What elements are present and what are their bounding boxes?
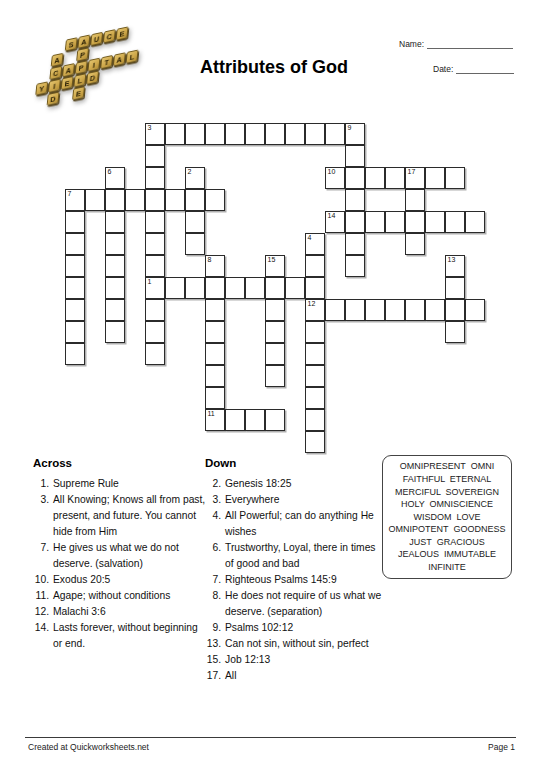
grid-cell[interactable] [265,343,285,365]
word-bank-line: MERCIFUL SOVEREIGN [395,486,499,499]
grid-cell[interactable] [265,365,285,387]
clue-item-text: All [221,668,383,684]
grid-cell[interactable] [205,189,225,211]
grid-cell[interactable] [385,299,405,321]
clue-number: 13 [448,256,456,264]
grid-cell[interactable] [105,277,125,299]
down-clue-list: 2.Genesis 18:253.Everywhere4.All Powerfu… [205,476,387,684]
word-bank-line: FAITHFUL ETERNAL [403,473,492,486]
grid-cell[interactable] [345,299,365,321]
grid-cell[interactable] [345,167,365,189]
clue-item-text: Trustworthy, Loyal, there in times of go… [221,540,383,572]
date-field: Date: [433,64,514,74]
grid-cell[interactable] [145,145,165,167]
logo-tile: I [48,79,61,93]
clue-item-number: 15. [205,652,221,668]
grid-cell[interactable]: 11 [205,409,225,431]
word-bank-line: JUST GRACIOUS [409,536,484,549]
grid-cell[interactable] [185,189,205,211]
grid-cell[interactable] [265,299,285,321]
clue-item-text: All Powerful; can do anything He wishes [221,508,383,540]
grid-cell[interactable] [245,409,265,431]
clue-item: 6.Trustworthy, Loyal, there in times of … [205,540,387,572]
clue-item-number: 17. [205,668,221,684]
grid-cell[interactable] [65,343,85,365]
grid-cell[interactable] [345,255,365,277]
grid-cell[interactable] [145,189,165,211]
date-label: Date: [433,64,453,74]
clue-item-text: Agape; without conditions [49,588,207,604]
clue-item-number: 7. [33,540,49,572]
grid-cell[interactable]: 8 [205,255,225,277]
clue-item-number: 12. [33,604,49,620]
grid-cell[interactable] [365,211,385,233]
grid-cell[interactable] [105,233,125,255]
grid-cell[interactable] [445,277,465,299]
grid-cell[interactable] [145,321,165,343]
grid-cell[interactable] [205,387,225,409]
footer-credit: Created at Quickworksheets.net [28,742,149,752]
grid-cell[interactable] [305,255,325,277]
grid-cell[interactable]: 15 [265,255,285,277]
grid-cell[interactable] [405,189,425,211]
across-heading: Across [33,457,211,470]
clue-item-number: 10. [33,572,49,588]
clue-item: 3.All Knowing; Knows all from past, pres… [33,492,211,540]
grid-cell[interactable]: 3 [145,123,165,145]
word-bank-line: OMNIPOTENT GOODNESS [389,523,506,536]
clue-number: 17 [408,168,416,176]
grid-cell[interactable] [65,321,85,343]
grid-cell[interactable] [65,277,85,299]
grid-cell[interactable] [385,211,405,233]
grid-cell[interactable] [345,145,365,167]
grid-cell[interactable] [305,431,325,453]
clue-number: 11 [208,410,215,418]
clue-number: 1 [148,278,152,286]
grid-cell[interactable] [265,409,285,431]
grid-cell[interactable] [145,211,165,233]
clue-number: 4 [308,234,312,242]
grid-cell[interactable] [305,387,325,409]
grid-cell[interactable] [265,123,285,145]
logo-tile: C [103,29,116,43]
clue-item: 8.He does not require of us what we dese… [205,588,387,620]
grid-cell[interactable] [245,123,265,145]
across-clues-section: Across 1.Supreme Rule3.All Knowing; Know… [33,457,211,652]
grid-cell[interactable] [105,299,125,321]
logo-tile: U [90,32,103,46]
grid-cell[interactable] [185,123,205,145]
clue-item-number: 3. [33,492,49,540]
clue-item-text: Genesis 18:25 [221,476,383,492]
logo-tile: E [116,26,129,40]
grid-cell[interactable] [105,321,125,343]
crossword-grid: 3962101771448151311211 [65,123,485,453]
grid-cell[interactable] [185,277,205,299]
clue-item: 4.All Powerful; can do anything He wishe… [205,508,387,540]
word-bank-line: HOLY OMNISCIENCE [401,498,493,511]
grid-cell[interactable] [365,167,385,189]
word-bank: OMNIPRESENT OMNIFAITHFUL ETERNALMERCIFUL… [382,455,512,579]
clue-item-number: 11. [33,588,49,604]
grid-cell[interactable] [105,211,125,233]
grid-cell[interactable] [145,167,165,189]
grid-cell[interactable]: 10 [325,167,345,189]
logo-tile: Y [35,81,48,95]
grid-cell[interactable]: 17 [405,167,425,189]
clue-item-number: 2. [205,476,221,492]
grid-cell[interactable] [425,299,445,321]
grid-cell[interactable]: 4 [305,233,325,255]
grid-cell[interactable] [205,299,225,321]
grid-cell[interactable] [225,123,245,145]
grid-cell[interactable] [205,343,225,365]
logo-tile: E [61,76,74,90]
grid-cell[interactable] [145,255,165,277]
clue-item-number: 4. [205,508,221,540]
name-label: Name: [399,39,424,49]
down-heading: Down [205,457,387,470]
clue-item-text: Can not sin, without sin, perfect [221,636,383,652]
clue-item-text: Exodus 20:5 [49,572,207,588]
grid-cell[interactable]: 12 [305,299,325,321]
clue-item: 15.Job 12:13 [205,652,387,668]
word-bank-line: OMNIPRESENT OMNI [400,460,494,473]
clue-item-number: 1. [33,476,49,492]
grid-cell[interactable] [205,321,225,343]
clue-item-text: He gives us what we do not deserve. (sal… [49,540,207,572]
clue-number: 7 [68,190,72,198]
grid-cell[interactable] [305,365,325,387]
clue-item-text: Malachi 3:6 [49,604,207,620]
grid-cell[interactable] [205,277,225,299]
grid-cell[interactable]: 14 [325,211,345,233]
grid-cell[interactable] [85,189,105,211]
logo-tile: S [65,37,78,51]
grid-cell[interactable] [465,299,485,321]
clue-item: 7.Righteous Psalms 145:9 [205,572,387,588]
clue-item: 3.Everywhere [205,492,387,508]
clue-item: 9.Psalms 102:12 [205,620,387,636]
grid-cell[interactable] [445,299,465,321]
clue-item: 1.Supreme Rule [33,476,211,492]
clue-number: 12 [308,300,316,308]
grid-cell[interactable] [365,299,385,321]
clue-item: 2.Genesis 18:25 [205,476,387,492]
clue-item-text: Job 12:13 [221,652,383,668]
clue-item-text: Lasts forever, without beginning or end. [49,620,207,652]
footer-page-number: Page 1 [488,742,515,752]
grid-cell[interactable] [445,321,465,343]
grid-cell[interactable] [145,233,165,255]
grid-cell[interactable]: 6 [105,167,125,189]
clue-item: 7.He gives us what we do not deserve. (s… [33,540,211,572]
clue-number: 9 [348,124,352,132]
grid-cell[interactable] [125,189,145,211]
word-bank-line: WISDOM LOVE [413,511,480,524]
clue-number: 14 [328,212,336,220]
logo-tile: A [77,34,90,48]
across-clue-list: 1.Supreme Rule3.All Knowing; Knows all f… [33,476,211,652]
name-field: Name: [399,39,513,49]
grid-cell[interactable] [405,233,425,255]
clue-item-text: He does not require of us what we deserv… [221,588,383,620]
grid-cell[interactable] [305,409,325,431]
grid-cell[interactable] [165,189,185,211]
grid-cell[interactable] [245,277,265,299]
grid-cell[interactable] [165,277,185,299]
name-blank-line[interactable] [427,40,513,49]
clue-item-number: 9. [205,620,221,636]
grid-cell[interactable]: 2 [185,167,205,189]
grid-cell[interactable] [265,321,285,343]
grid-cell[interactable] [225,277,245,299]
footer-divider [25,737,516,738]
grid-cell[interactable] [105,189,125,211]
grid-cell[interactable] [265,277,285,299]
grid-cell[interactable]: 1 [145,277,165,299]
logo-tile: E [72,86,85,100]
clue-item-text: Righteous Psalms 145:9 [221,572,383,588]
grid-cell[interactable] [105,255,125,277]
clue-item: 13.Can not sin, without sin, perfect [205,636,387,652]
grid-cell[interactable] [445,211,465,233]
grid-cell[interactable] [225,409,245,431]
grid-cell[interactable] [305,343,325,365]
grid-cell[interactable] [145,343,165,365]
grid-cell[interactable] [385,167,405,189]
grid-cell[interactable]: 13 [445,255,465,277]
grid-cell[interactable]: 9 [345,123,365,145]
grid-cell[interactable] [425,167,445,189]
grid-cell[interactable] [325,299,345,321]
clue-item-text: Supreme Rule [49,476,207,492]
clue-number: 2 [188,168,192,176]
clue-item: 12.Malachi 3:6 [33,604,211,620]
clue-item-number: 3. [205,492,221,508]
down-clues-section: Down 2.Genesis 18:253.Everywhere4.All Po… [205,457,387,684]
clue-number: 15 [268,256,276,264]
clue-number: 8 [208,256,212,264]
grid-cell[interactable] [205,123,225,145]
grid-cell[interactable] [185,233,205,255]
clue-item-number: 13. [205,636,221,652]
word-bank-line: JEALOUS IMMUTABLE [398,548,496,561]
logo-tile: D [47,91,60,105]
clue-item-text: All Knowing; Knows all from past, presen… [49,492,207,540]
grid-cell[interactable] [65,299,85,321]
clue-item-text: Psalms 102:12 [221,620,383,636]
clue-item: 10.Exodus 20:5 [33,572,211,588]
grid-cell[interactable] [65,233,85,255]
grid-cell[interactable] [405,211,425,233]
grid-cell[interactable] [325,123,345,145]
worksheet-page: SAUCEAPCAPITALYIELDDE Attributes of God … [0,0,548,776]
clue-item: 14.Lasts forever, without beginning or e… [33,620,211,652]
grid-cell[interactable] [65,211,85,233]
grid-cell[interactable] [305,277,325,299]
clue-item-number: 6. [205,540,221,572]
grid-cell[interactable] [285,277,305,299]
grid-cell[interactable]: 7 [65,189,85,211]
clue-number: 3 [148,124,152,132]
grid-cell[interactable] [345,233,365,255]
grid-cell[interactable] [445,167,465,189]
clue-number: 10 [328,168,336,176]
clue-item-number: 7. [205,572,221,588]
grid-cell[interactable] [285,123,305,145]
clue-item: 17.All [205,668,387,684]
clue-item-number: 14. [33,620,49,652]
grid-cell[interactable] [405,299,425,321]
clue-item: 11.Agape; without conditions [33,588,211,604]
grid-cell[interactable] [165,123,185,145]
grid-cell[interactable] [185,211,205,233]
clue-item-number: 8. [205,588,221,620]
grid-cell[interactable] [145,299,165,321]
grid-cell[interactable] [345,189,365,211]
grid-cell[interactable] [305,321,325,343]
grid-cell[interactable] [65,255,85,277]
grid-cell[interactable] [425,211,445,233]
grid-cell[interactable] [465,211,485,233]
clue-item-text: Everywhere [221,492,383,508]
grid-cell[interactable] [305,123,325,145]
word-bank-line: INFINITE [428,561,466,574]
grid-cell[interactable] [345,211,365,233]
date-blank-line[interactable] [456,65,514,74]
grid-cell[interactable] [205,365,225,387]
clue-number: 6 [108,168,112,176]
